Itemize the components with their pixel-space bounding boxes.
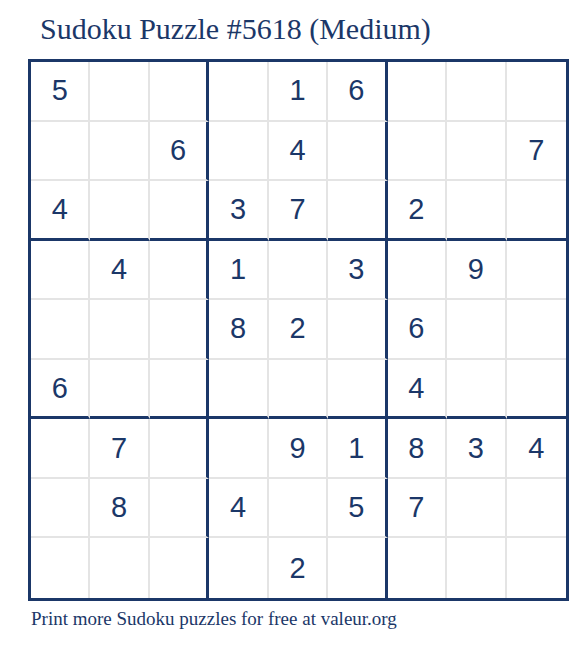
sudoku-cell xyxy=(328,300,387,360)
sudoku-cell xyxy=(150,241,209,301)
sudoku-cell xyxy=(447,538,506,598)
sudoku-cell xyxy=(90,360,149,420)
sudoku-board: 516647437241398266479183484572 xyxy=(28,59,569,601)
sudoku-cell xyxy=(31,538,90,598)
sudoku-cell xyxy=(507,300,566,360)
sudoku-cell xyxy=(328,122,387,182)
sudoku-cell xyxy=(90,122,149,182)
sudoku-cell xyxy=(209,122,268,182)
sudoku-cell xyxy=(507,479,566,539)
sudoku-cell xyxy=(507,360,566,420)
sudoku-cell xyxy=(269,479,328,539)
sudoku-cell: 9 xyxy=(269,419,328,479)
sudoku-cell xyxy=(90,181,149,241)
sudoku-cell xyxy=(447,479,506,539)
sudoku-cell: 1 xyxy=(209,241,268,301)
sudoku-cell xyxy=(150,479,209,539)
sudoku-cell: 4 xyxy=(31,181,90,241)
sudoku-cell xyxy=(90,62,149,122)
sudoku-page: Sudoku Puzzle #5618 (Medium) 51664743724… xyxy=(0,0,574,651)
sudoku-cell: 7 xyxy=(507,122,566,182)
sudoku-cell xyxy=(388,62,447,122)
sudoku-cell: 8 xyxy=(209,300,268,360)
sudoku-cell xyxy=(388,241,447,301)
sudoku-cell: 1 xyxy=(328,419,387,479)
sudoku-cell xyxy=(328,360,387,420)
sudoku-cell xyxy=(209,538,268,598)
sudoku-cell: 6 xyxy=(328,62,387,122)
sudoku-cell xyxy=(31,122,90,182)
sudoku-cell: 4 xyxy=(209,479,268,539)
sudoku-cell xyxy=(269,241,328,301)
sudoku-cell xyxy=(31,479,90,539)
sudoku-cell: 4 xyxy=(507,419,566,479)
sudoku-cell: 3 xyxy=(328,241,387,301)
sudoku-cell xyxy=(150,181,209,241)
sudoku-cell: 9 xyxy=(447,241,506,301)
sudoku-cell: 2 xyxy=(269,538,328,598)
sudoku-cell xyxy=(447,122,506,182)
sudoku-cell xyxy=(90,538,149,598)
sudoku-cell xyxy=(31,241,90,301)
sudoku-cell xyxy=(90,300,149,360)
sudoku-cell xyxy=(150,538,209,598)
sudoku-cell: 4 xyxy=(388,360,447,420)
sudoku-cell: 3 xyxy=(447,419,506,479)
sudoku-cell: 3 xyxy=(209,181,268,241)
sudoku-cell: 8 xyxy=(90,479,149,539)
sudoku-cell xyxy=(447,300,506,360)
page-title: Sudoku Puzzle #5618 (Medium) xyxy=(40,12,431,46)
sudoku-cell: 2 xyxy=(388,181,447,241)
sudoku-cell xyxy=(150,419,209,479)
sudoku-cell xyxy=(328,538,387,598)
sudoku-cell: 1 xyxy=(269,62,328,122)
sudoku-cell xyxy=(507,62,566,122)
sudoku-cell: 6 xyxy=(150,122,209,182)
sudoku-cell xyxy=(328,181,387,241)
sudoku-cell xyxy=(150,360,209,420)
sudoku-cell xyxy=(447,360,506,420)
sudoku-cell: 7 xyxy=(269,181,328,241)
sudoku-cell xyxy=(388,122,447,182)
sudoku-cell xyxy=(209,360,268,420)
sudoku-cell xyxy=(447,181,506,241)
sudoku-cell xyxy=(209,419,268,479)
sudoku-cell xyxy=(507,538,566,598)
sudoku-cell xyxy=(507,241,566,301)
sudoku-cell xyxy=(150,300,209,360)
sudoku-cell: 8 xyxy=(388,419,447,479)
sudoku-cell: 6 xyxy=(388,300,447,360)
sudoku-cell xyxy=(507,181,566,241)
sudoku-cell: 7 xyxy=(388,479,447,539)
sudoku-cell xyxy=(31,300,90,360)
footer-text: Print more Sudoku puzzles for free at va… xyxy=(31,608,397,630)
sudoku-cell: 4 xyxy=(90,241,149,301)
sudoku-cell xyxy=(31,419,90,479)
sudoku-cell: 2 xyxy=(269,300,328,360)
sudoku-cell xyxy=(269,360,328,420)
sudoku-cell: 5 xyxy=(31,62,90,122)
sudoku-cell: 6 xyxy=(31,360,90,420)
sudoku-cell xyxy=(209,62,268,122)
sudoku-cell xyxy=(150,62,209,122)
sudoku-cell: 7 xyxy=(90,419,149,479)
sudoku-cell: 4 xyxy=(269,122,328,182)
sudoku-cell: 5 xyxy=(328,479,387,539)
sudoku-cell xyxy=(447,62,506,122)
sudoku-cell xyxy=(388,538,447,598)
